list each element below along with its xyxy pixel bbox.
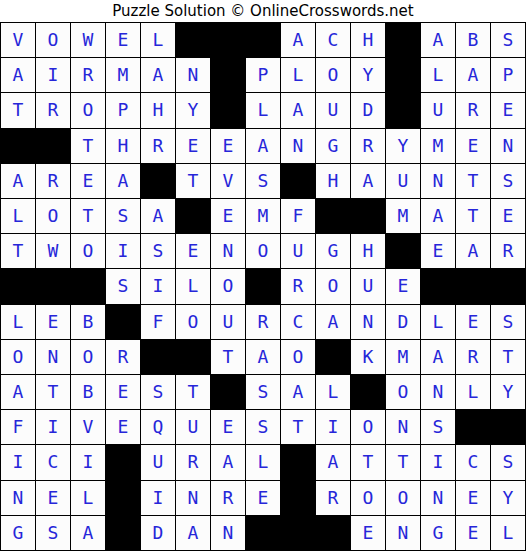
cell-letter: L bbox=[153, 31, 164, 49]
letter-cell-r14c13: N bbox=[421, 481, 455, 515]
letter-cell-r2c11: Y bbox=[351, 58, 385, 92]
letter-cell-r7c13: E bbox=[421, 234, 455, 268]
black-cell-r6c10 bbox=[316, 199, 350, 233]
letter-cell-r10c1: O bbox=[1, 340, 35, 374]
cell-letter: A bbox=[188, 524, 199, 542]
black-cell-r15c10 bbox=[316, 516, 350, 550]
cell-letter: O bbox=[48, 207, 59, 225]
letter-cell-r5c12: U bbox=[386, 164, 420, 198]
letter-cell-r14c7: R bbox=[211, 481, 245, 515]
cell-letter: M bbox=[398, 348, 409, 366]
cell-letter: A bbox=[363, 172, 374, 190]
cell-letter: M bbox=[258, 207, 269, 225]
letter-cell-r1c3: W bbox=[71, 23, 105, 57]
cell-letter: F bbox=[293, 207, 304, 225]
black-cell-r5c9 bbox=[281, 164, 315, 198]
cell-letter: I bbox=[13, 453, 24, 471]
letter-cell-r7c3: O bbox=[71, 234, 105, 268]
cell-letter: P bbox=[503, 66, 514, 84]
letter-cell-r4c11: R bbox=[351, 129, 385, 163]
letter-cell-r13c6: R bbox=[176, 445, 210, 479]
cell-letter: A bbox=[293, 31, 304, 49]
cell-letter: H bbox=[363, 242, 374, 260]
letter-cell-r13c12: T bbox=[386, 445, 420, 479]
letter-cell-r5c1: A bbox=[1, 164, 35, 198]
letter-cell-r13c8: L bbox=[246, 445, 280, 479]
letter-cell-r5c2: R bbox=[36, 164, 70, 198]
letter-cell-r11c6: T bbox=[176, 375, 210, 409]
letter-cell-r9c3: B bbox=[71, 305, 105, 339]
black-cell-r3c12 bbox=[386, 93, 420, 127]
cell-letter: O bbox=[398, 383, 409, 401]
letter-cell-r14c3: L bbox=[71, 481, 105, 515]
cell-letter: V bbox=[223, 172, 234, 190]
letter-cell-r5c14: T bbox=[456, 164, 490, 198]
letter-cell-r4c7: E bbox=[211, 129, 245, 163]
letter-cell-r2c14: A bbox=[456, 58, 490, 92]
letter-cell-r2c15: P bbox=[491, 58, 525, 92]
cell-letter: A bbox=[468, 66, 479, 84]
cell-letter: U bbox=[433, 101, 444, 119]
letter-cell-r14c2: E bbox=[36, 481, 70, 515]
cell-letter: N bbox=[188, 489, 199, 507]
cell-letter: L bbox=[13, 207, 24, 225]
cell-letter: I bbox=[118, 242, 129, 260]
letter-cell-r7c15: R bbox=[491, 234, 525, 268]
letter-cell-r1c10: C bbox=[316, 23, 350, 57]
letter-cell-r5c6: T bbox=[176, 164, 210, 198]
black-cell-r15c8 bbox=[246, 516, 280, 550]
cell-letter: I bbox=[48, 418, 59, 436]
cell-letter: C bbox=[328, 31, 339, 49]
cell-letter: I bbox=[83, 453, 94, 471]
letter-cell-r15c1: G bbox=[1, 516, 35, 550]
black-cell-r10c6 bbox=[176, 340, 210, 374]
cell-letter: L bbox=[433, 66, 444, 84]
letter-cell-r13c15: S bbox=[491, 445, 525, 479]
letter-cell-r12c3: V bbox=[71, 410, 105, 444]
cell-letter: O bbox=[258, 242, 269, 260]
cell-letter: R bbox=[153, 137, 164, 155]
cell-letter: R bbox=[83, 66, 94, 84]
black-cell-r2c12 bbox=[386, 58, 420, 92]
cell-letter: O bbox=[363, 418, 374, 436]
letter-cell-r13c10: A bbox=[316, 445, 350, 479]
cell-letter: E bbox=[48, 489, 59, 507]
cell-letter: E bbox=[223, 418, 234, 436]
black-cell-r12c15 bbox=[491, 410, 525, 444]
cell-letter: E bbox=[468, 137, 479, 155]
letter-cell-r10c8: A bbox=[246, 340, 280, 374]
letter-cell-r7c4: I bbox=[106, 234, 140, 268]
black-cell-r8c13 bbox=[421, 269, 455, 303]
letter-cell-r11c3: B bbox=[71, 375, 105, 409]
cell-letter: O bbox=[13, 348, 24, 366]
letter-cell-r10c13: A bbox=[421, 340, 455, 374]
letter-cell-r1c11: H bbox=[351, 23, 385, 57]
cell-letter: O bbox=[83, 242, 94, 260]
letter-cell-r11c8: S bbox=[246, 375, 280, 409]
letter-cell-r12c11: O bbox=[351, 410, 385, 444]
cell-letter: P bbox=[258, 66, 269, 84]
letter-cell-r4c12: Y bbox=[386, 129, 420, 163]
letter-cell-r2c13: L bbox=[421, 58, 455, 92]
cell-letter: U bbox=[223, 313, 234, 331]
cell-letter: F bbox=[13, 418, 24, 436]
black-cell-r4c2 bbox=[36, 129, 70, 163]
letter-cell-r14c15: Y bbox=[491, 481, 525, 515]
letter-cell-r9c10: A bbox=[316, 305, 350, 339]
letter-cell-r14c6: N bbox=[176, 481, 210, 515]
cell-letter: G bbox=[433, 524, 444, 542]
letter-cell-r11c9: A bbox=[281, 375, 315, 409]
cell-letter: I bbox=[328, 418, 339, 436]
cell-letter: S bbox=[503, 313, 514, 331]
letter-cell-r7c7: N bbox=[211, 234, 245, 268]
cell-letter: R bbox=[188, 453, 199, 471]
cell-letter: T bbox=[363, 453, 374, 471]
black-cell-r11c7 bbox=[211, 375, 245, 409]
letter-cell-r13c5: U bbox=[141, 445, 175, 479]
cell-letter: U bbox=[398, 172, 409, 190]
cell-letter: B bbox=[468, 31, 479, 49]
letter-cell-r2c1: A bbox=[1, 58, 35, 92]
cell-letter: N bbox=[13, 489, 24, 507]
letter-cell-r3c2: R bbox=[36, 93, 70, 127]
cell-letter: A bbox=[433, 207, 444, 225]
black-cell-r13c4 bbox=[106, 445, 140, 479]
letter-cell-r11c14: L bbox=[456, 375, 490, 409]
black-cell-r1c8 bbox=[246, 23, 280, 57]
letter-cell-r11c1: A bbox=[1, 375, 35, 409]
letter-cell-r13c1: I bbox=[1, 445, 35, 479]
letter-cell-r5c15: S bbox=[491, 164, 525, 198]
cell-letter: S bbox=[258, 172, 269, 190]
black-cell-r8c15 bbox=[491, 269, 525, 303]
cell-letter: L bbox=[293, 66, 304, 84]
cell-letter: O bbox=[188, 313, 199, 331]
cell-letter: N bbox=[398, 418, 409, 436]
letter-cell-r10c3: O bbox=[71, 340, 105, 374]
black-cell-r14c4 bbox=[106, 481, 140, 515]
cell-letter: L bbox=[433, 313, 444, 331]
cell-letter: E bbox=[188, 137, 199, 155]
cell-letter: B bbox=[83, 313, 94, 331]
crossword-grid: VOWELACHABSAIRMANPLOYLAPTROPHYLAUDURETHR… bbox=[0, 22, 526, 551]
cell-letter: A bbox=[13, 66, 24, 84]
cell-letter: O bbox=[48, 31, 59, 49]
cell-letter: O bbox=[363, 489, 374, 507]
cell-letter: T bbox=[188, 383, 199, 401]
letter-cell-r2c9: L bbox=[281, 58, 315, 92]
cell-letter: K bbox=[363, 348, 374, 366]
letter-cell-r4c10: G bbox=[316, 129, 350, 163]
cell-letter: T bbox=[83, 207, 94, 225]
cell-letter: U bbox=[188, 418, 199, 436]
cell-letter: R bbox=[328, 489, 339, 507]
letter-cell-r12c2: I bbox=[36, 410, 70, 444]
cell-letter: L bbox=[83, 489, 94, 507]
letter-cell-r4c4: H bbox=[106, 129, 140, 163]
cell-letter: R bbox=[223, 489, 234, 507]
letter-cell-r10c14: R bbox=[456, 340, 490, 374]
letter-cell-r15c12: N bbox=[386, 516, 420, 550]
letter-cell-r7c1: T bbox=[1, 234, 35, 268]
cell-letter: L bbox=[328, 383, 339, 401]
black-cell-r8c1 bbox=[1, 269, 35, 303]
cell-letter: Y bbox=[503, 383, 514, 401]
letter-cell-r6c7: E bbox=[211, 199, 245, 233]
letter-cell-r11c10: L bbox=[316, 375, 350, 409]
letter-cell-r8c11: U bbox=[351, 269, 385, 303]
letter-cell-r6c12: M bbox=[386, 199, 420, 233]
cell-letter: C bbox=[293, 313, 304, 331]
black-cell-r8c14 bbox=[456, 269, 490, 303]
letter-cell-r9c5: F bbox=[141, 305, 175, 339]
cell-letter: T bbox=[293, 418, 304, 436]
cell-letter: I bbox=[153, 489, 164, 507]
letter-cell-r8c10: O bbox=[316, 269, 350, 303]
letter-cell-r8c6: L bbox=[176, 269, 210, 303]
cell-letter: N bbox=[433, 489, 444, 507]
letter-cell-r1c13: A bbox=[421, 23, 455, 57]
black-cell-r8c8 bbox=[246, 269, 280, 303]
letter-cell-r9c1: L bbox=[1, 305, 35, 339]
cell-letter: U bbox=[363, 277, 374, 295]
cell-letter: E bbox=[118, 383, 129, 401]
letter-cell-r3c8: L bbox=[246, 93, 280, 127]
cell-letter: S bbox=[48, 524, 59, 542]
cell-letter: S bbox=[258, 418, 269, 436]
cell-letter: T bbox=[83, 137, 94, 155]
letter-cell-r7c9: U bbox=[281, 234, 315, 268]
letter-cell-r9c14: E bbox=[456, 305, 490, 339]
cell-letter: H bbox=[328, 172, 339, 190]
cell-letter: D bbox=[363, 101, 374, 119]
letter-cell-r4c9: N bbox=[281, 129, 315, 163]
cell-letter: T bbox=[468, 207, 479, 225]
letter-cell-r11c4: E bbox=[106, 375, 140, 409]
black-cell-r10c10 bbox=[316, 340, 350, 374]
letter-cell-r4c3: T bbox=[71, 129, 105, 163]
cell-letter: M bbox=[118, 66, 129, 84]
cell-letter: L bbox=[13, 313, 24, 331]
cell-letter: A bbox=[328, 453, 339, 471]
letter-cell-r2c10: O bbox=[316, 58, 350, 92]
letter-cell-r14c8: E bbox=[246, 481, 280, 515]
letter-cell-r13c7: A bbox=[211, 445, 245, 479]
letter-cell-r9c8: R bbox=[246, 305, 280, 339]
letter-cell-r3c14: R bbox=[456, 93, 490, 127]
cell-letter: S bbox=[153, 242, 164, 260]
letter-cell-r9c12: D bbox=[386, 305, 420, 339]
black-cell-r12c14 bbox=[456, 410, 490, 444]
letter-cell-r10c4: R bbox=[106, 340, 140, 374]
black-cell-r1c7 bbox=[211, 23, 245, 57]
cell-letter: D bbox=[153, 524, 164, 542]
cell-letter: O bbox=[328, 277, 339, 295]
letter-cell-r2c8: P bbox=[246, 58, 280, 92]
cell-letter: H bbox=[153, 101, 164, 119]
cell-letter: Q bbox=[153, 418, 164, 436]
letter-cell-r9c2: E bbox=[36, 305, 70, 339]
letter-cell-r11c5: S bbox=[141, 375, 175, 409]
cell-letter: N bbox=[363, 313, 374, 331]
letter-cell-r14c11: O bbox=[351, 481, 385, 515]
black-cell-r6c6 bbox=[176, 199, 210, 233]
letter-cell-r12c13: S bbox=[421, 410, 455, 444]
cell-letter: S bbox=[118, 207, 129, 225]
letter-cell-r3c9: A bbox=[281, 93, 315, 127]
cell-letter: M bbox=[398, 207, 409, 225]
cell-letter: N bbox=[188, 66, 199, 84]
cell-letter: G bbox=[13, 524, 24, 542]
cell-letter: N bbox=[223, 524, 234, 542]
puzzle-solution-page: { "game": "crossword", "title": "Puzzle … bbox=[0, 0, 526, 551]
cell-letter: B bbox=[83, 383, 94, 401]
cell-letter: L bbox=[258, 101, 269, 119]
letter-cell-r7c14: A bbox=[456, 234, 490, 268]
letter-cell-r15c2: S bbox=[36, 516, 70, 550]
letter-cell-r6c5: A bbox=[141, 199, 175, 233]
cell-letter: R bbox=[258, 313, 269, 331]
letter-cell-r6c1: L bbox=[1, 199, 35, 233]
letter-cell-r12c10: I bbox=[316, 410, 350, 444]
cell-letter: C bbox=[48, 453, 59, 471]
cell-letter: E bbox=[223, 137, 234, 155]
black-cell-r8c2 bbox=[36, 269, 70, 303]
letter-cell-r9c7: U bbox=[211, 305, 245, 339]
cell-letter: I bbox=[433, 453, 444, 471]
letter-cell-r15c5: D bbox=[141, 516, 175, 550]
letter-cell-r1c14: B bbox=[456, 23, 490, 57]
cell-letter: E bbox=[258, 489, 269, 507]
cell-letter: S bbox=[258, 383, 269, 401]
cell-letter: T bbox=[13, 242, 24, 260]
black-cell-r15c9 bbox=[281, 516, 315, 550]
letter-cell-r1c1: V bbox=[1, 23, 35, 57]
cell-letter: A bbox=[153, 66, 164, 84]
cell-letter: U bbox=[293, 242, 304, 260]
letter-cell-r12c6: U bbox=[176, 410, 210, 444]
letter-cell-r6c4: S bbox=[106, 199, 140, 233]
cell-letter: S bbox=[503, 453, 514, 471]
cell-letter: L bbox=[188, 277, 199, 295]
cell-letter: A bbox=[258, 348, 269, 366]
cell-letter: S bbox=[503, 31, 514, 49]
black-cell-r13c9 bbox=[281, 445, 315, 479]
letter-cell-r4c15: N bbox=[491, 129, 525, 163]
letter-cell-r5c11: A bbox=[351, 164, 385, 198]
letter-cell-r12c5: Q bbox=[141, 410, 175, 444]
cell-letter: O bbox=[398, 489, 409, 507]
cell-letter: I bbox=[153, 277, 164, 295]
cell-letter: E bbox=[223, 207, 234, 225]
cell-letter: A bbox=[258, 137, 269, 155]
letter-cell-r14c1: N bbox=[1, 481, 35, 515]
cell-letter: W bbox=[48, 242, 59, 260]
letter-cell-r12c8: S bbox=[246, 410, 280, 444]
cell-letter: H bbox=[118, 137, 129, 155]
cell-letter: R bbox=[48, 172, 59, 190]
letter-cell-r8c7: O bbox=[211, 269, 245, 303]
letter-cell-r8c5: I bbox=[141, 269, 175, 303]
letter-cell-r6c8: M bbox=[246, 199, 280, 233]
black-cell-r6c11 bbox=[351, 199, 385, 233]
letter-cell-r7c10: G bbox=[316, 234, 350, 268]
letter-cell-r8c9: R bbox=[281, 269, 315, 303]
letter-cell-r13c13: I bbox=[421, 445, 455, 479]
cell-letter: E bbox=[398, 277, 409, 295]
cell-letter: S bbox=[153, 383, 164, 401]
cell-letter: E bbox=[468, 489, 479, 507]
cell-letter: R bbox=[503, 242, 514, 260]
cell-letter: W bbox=[83, 31, 94, 49]
cell-letter: L bbox=[503, 524, 514, 542]
letter-cell-r11c12: O bbox=[386, 375, 420, 409]
letter-cell-r5c3: E bbox=[71, 164, 105, 198]
cell-letter: D bbox=[398, 313, 409, 331]
black-cell-r7c12 bbox=[386, 234, 420, 268]
letter-cell-r1c15: S bbox=[491, 23, 525, 57]
cell-letter: F bbox=[153, 313, 164, 331]
cell-letter: Y bbox=[503, 489, 514, 507]
letter-cell-r3c11: D bbox=[351, 93, 385, 127]
letter-cell-r4c14: E bbox=[456, 129, 490, 163]
cell-letter: S bbox=[503, 172, 514, 190]
letter-cell-r12c7: E bbox=[211, 410, 245, 444]
cell-letter: P bbox=[118, 101, 129, 119]
black-cell-r5c5 bbox=[141, 164, 175, 198]
letter-cell-r2c4: M bbox=[106, 58, 140, 92]
cell-letter: S bbox=[433, 418, 444, 436]
black-cell-r14c9 bbox=[281, 481, 315, 515]
cell-letter: S bbox=[118, 277, 129, 295]
cell-letter: A bbox=[13, 172, 24, 190]
letter-cell-r9c11: N bbox=[351, 305, 385, 339]
cell-letter: E bbox=[188, 242, 199, 260]
cell-letter: N bbox=[398, 524, 409, 542]
letter-cell-r11c2: T bbox=[36, 375, 70, 409]
black-cell-r4c1 bbox=[1, 129, 35, 163]
cell-letter: E bbox=[83, 172, 94, 190]
cell-letter: A bbox=[433, 31, 444, 49]
cell-letter: G bbox=[328, 137, 339, 155]
cell-letter: V bbox=[13, 31, 24, 49]
cell-letter: I bbox=[48, 66, 59, 84]
cell-letter: R bbox=[363, 137, 374, 155]
letter-cell-r1c5: L bbox=[141, 23, 175, 57]
letter-cell-r9c15: S bbox=[491, 305, 525, 339]
letter-cell-r6c3: T bbox=[71, 199, 105, 233]
cell-letter: T bbox=[48, 383, 59, 401]
cell-letter: A bbox=[468, 242, 479, 260]
cell-letter: N bbox=[293, 137, 304, 155]
letter-cell-r5c8: S bbox=[246, 164, 280, 198]
black-cell-r8c3 bbox=[71, 269, 105, 303]
letter-cell-r14c12: O bbox=[386, 481, 420, 515]
letter-cell-r13c11: T bbox=[351, 445, 385, 479]
cell-letter: E bbox=[118, 31, 129, 49]
letter-cell-r15c7: N bbox=[211, 516, 245, 550]
cell-letter: E bbox=[468, 524, 479, 542]
cell-letter: T bbox=[398, 453, 409, 471]
letter-cell-r15c15: L bbox=[491, 516, 525, 550]
black-cell-r15c4 bbox=[106, 516, 140, 550]
cell-letter: A bbox=[433, 348, 444, 366]
letter-cell-r10c9: O bbox=[281, 340, 315, 374]
cell-letter: A bbox=[223, 453, 234, 471]
